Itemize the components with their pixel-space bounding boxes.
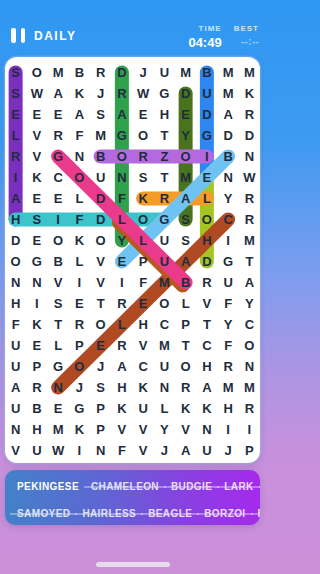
grid-cell-r1c12[interactable]: M: [239, 62, 260, 83]
grid-cell-r19c11[interactable]: J: [218, 440, 239, 461]
grid-cell-r11c1[interactable]: N: [5, 272, 26, 293]
grid-cell-r17c8[interactable]: L: [154, 398, 175, 419]
grid-cell-r1c1[interactable]: S: [5, 62, 26, 83]
grid-cell-r16c8[interactable]: N: [154, 377, 175, 398]
grid-cell-r10c9[interactable]: A: [175, 251, 196, 272]
grid-cell-r14c5[interactable]: E: [90, 335, 111, 356]
grid-cell-r13c1[interactable]: F: [5, 314, 26, 335]
grid-cell-r13c12[interactable]: C: [239, 314, 260, 335]
grid-cell-r5c2[interactable]: V: [26, 146, 47, 167]
word-pekingese: PEKINGESE: [17, 475, 79, 498]
grid-cell-r8c5[interactable]: D: [90, 209, 111, 230]
grid-cell-r14c10[interactable]: C: [196, 335, 217, 356]
grid-cell-r14c11[interactable]: F: [218, 335, 239, 356]
grid-cell-r19c12[interactable]: P: [239, 440, 260, 461]
grid-cell-r19c3[interactable]: W: [48, 440, 69, 461]
letter-grid[interactable]: SOMBRDJUMBMMSWAKJRWGDUMKEEEASAEHEDARLVRF…: [5, 62, 260, 461]
grid-cell-r12c7[interactable]: E: [133, 293, 154, 314]
grid-cell-r8c8[interactable]: G: [154, 209, 175, 230]
grid-cell-r5c3[interactable]: G: [48, 146, 69, 167]
grid-cell-r4c4[interactable]: F: [69, 125, 90, 146]
grid-cell-r13c11[interactable]: Y: [218, 314, 239, 335]
grid-cell-r17c2[interactable]: B: [26, 398, 47, 419]
grid-cell-r12c2[interactable]: I: [26, 293, 47, 314]
grid-cell-r7c10[interactable]: L: [196, 188, 217, 209]
grid-cell-r4c1[interactable]: L: [5, 125, 26, 146]
grid-cell-r15c5[interactable]: J: [90, 356, 111, 377]
grid-cell-r13c8[interactable]: C: [154, 314, 175, 335]
grid-cell-r3c4[interactable]: A: [69, 104, 90, 125]
grid-cell-r2c3[interactable]: A: [48, 83, 69, 104]
grid-cell-r12c3[interactable]: S: [48, 293, 69, 314]
grid-cell-r1c7[interactable]: J: [133, 62, 154, 83]
grid-cell-r19c6[interactable]: F: [111, 440, 132, 461]
grid-cell-r10c7[interactable]: P: [133, 251, 154, 272]
grid-cell-r7c1[interactable]: A: [5, 188, 26, 209]
grid-cell-r11c2[interactable]: N: [26, 272, 47, 293]
word-hairless-found: HAIRLESS: [82, 502, 136, 525]
grid-cell-r8c6[interactable]: L: [111, 209, 132, 230]
grid-cell-r5c6[interactable]: O: [111, 146, 132, 167]
grid-cell-r7c8[interactable]: R: [154, 188, 175, 209]
grid-cell-r4c7[interactable]: O: [133, 125, 154, 146]
grid-cell-r15c2[interactable]: P: [26, 356, 47, 377]
grid-cell-r10c8[interactable]: U: [154, 251, 175, 272]
word-samoyed-found: SAMOYED: [17, 502, 70, 525]
grid-cell-r9c8[interactable]: U: [154, 230, 175, 251]
grid-cell-r16c10[interactable]: A: [196, 377, 217, 398]
grid-cell-r12c11[interactable]: F: [218, 293, 239, 314]
grid-cell-r14c1[interactable]: U: [5, 335, 26, 356]
grid-cell-r3c3[interactable]: E: [48, 104, 69, 125]
grid-cell-r5c10[interactable]: I: [196, 146, 217, 167]
grid-cell-r14c3[interactable]: L: [48, 335, 69, 356]
grid-cell-r7c4[interactable]: L: [69, 188, 90, 209]
grid-cell-r16c4[interactable]: J: [69, 377, 90, 398]
word-list-panel[interactable]: PEKINGESECHAMELEONBUDGIELARKGOLDFISH SAM…: [5, 470, 260, 525]
grid-cell-r17c10[interactable]: K: [196, 398, 217, 419]
grid-cell-r3c9[interactable]: E: [175, 104, 196, 125]
grid-cell-r10c4[interactable]: L: [69, 251, 90, 272]
grid-cell-r18c1[interactable]: N: [5, 419, 26, 440]
grid-cell-r3c1[interactable]: E: [5, 104, 26, 125]
best-clock: BEST --:--: [234, 24, 259, 50]
grid-cell-r18c4[interactable]: K: [69, 419, 90, 440]
grid-cell-r2c2[interactable]: W: [26, 83, 47, 104]
grid-cell-r10c2[interactable]: G: [26, 251, 47, 272]
grid-cell-r9c7[interactable]: L: [133, 230, 154, 251]
grid-cell-r3c6[interactable]: A: [111, 104, 132, 125]
grid-cell-r11c9[interactable]: B: [175, 272, 196, 293]
grid-cell-r1c9[interactable]: M: [175, 62, 196, 83]
grid-cell-r4c3[interactable]: R: [48, 125, 69, 146]
grid-cell-r18c7[interactable]: V: [133, 419, 154, 440]
grid-cell-r1c10[interactable]: B: [196, 62, 217, 83]
grid-cell-r6c5[interactable]: U: [90, 167, 111, 188]
grid-cell-r17c9[interactable]: K: [175, 398, 196, 419]
grid-cell-r2c6[interactable]: R: [111, 83, 132, 104]
grid-cell-r16c5[interactable]: S: [90, 377, 111, 398]
grid-cell-r3c7[interactable]: E: [133, 104, 154, 125]
grid-cell-r10c10[interactable]: D: [196, 251, 217, 272]
grid-cell-r19c2[interactable]: U: [26, 440, 47, 461]
grid-cell-r18c11[interactable]: I: [218, 419, 239, 440]
grid-cell-r8c9[interactable]: S: [175, 209, 196, 230]
grid-cell-r19c9[interactable]: A: [175, 440, 196, 461]
grid-cell-r11c3[interactable]: V: [48, 272, 69, 293]
grid-cell-r13c7[interactable]: H: [133, 314, 154, 335]
grid-cell-r9c11[interactable]: I: [218, 230, 239, 251]
pause-button[interactable]: [11, 28, 25, 43]
grid-cell-r16c6[interactable]: H: [111, 377, 132, 398]
grid-cell-r4c2[interactable]: V: [26, 125, 47, 146]
grid-cell-r16c1[interactable]: A: [5, 377, 26, 398]
grid-cell-r9c3[interactable]: O: [48, 230, 69, 251]
grid-cell-r9c1[interactable]: D: [5, 230, 26, 251]
word-beagle-found: BEAGLE: [148, 502, 192, 525]
grid-cell-r17c12[interactable]: R: [239, 398, 260, 419]
grid-cell-r4c9[interactable]: Y: [175, 125, 196, 146]
grid-cell-r19c1[interactable]: V: [5, 440, 26, 461]
grid-cell-r16c3[interactable]: N: [48, 377, 69, 398]
time-value: 04:49: [188, 35, 221, 50]
grid-cell-r1c6[interactable]: D: [111, 62, 132, 83]
grid-cell-r9c12[interactable]: M: [239, 230, 260, 251]
grid-cell-r18c6[interactable]: V: [111, 419, 132, 440]
grid-cell-r7c9[interactable]: A: [175, 188, 196, 209]
grid-cell-r8c2[interactable]: S: [26, 209, 47, 230]
best-label: BEST: [234, 24, 259, 33]
grid-cell-r15c4[interactable]: O: [69, 356, 90, 377]
grid-cell-r1c11[interactable]: M: [218, 62, 239, 83]
grid-cell-r19c5[interactable]: N: [90, 440, 111, 461]
grid-cell-r14c2[interactable]: E: [26, 335, 47, 356]
grid-cell-r12c9[interactable]: L: [175, 293, 196, 314]
grid-cell-r10c5[interactable]: V: [90, 251, 111, 272]
grid-cell-r15c10[interactable]: H: [196, 356, 217, 377]
grid-cell-r17c5[interactable]: P: [90, 398, 111, 419]
grid-cell-r6c1[interactable]: I: [5, 167, 26, 188]
grid-cell-r1c8[interactable]: U: [154, 62, 175, 83]
grid-cell-r19c10[interactable]: U: [196, 440, 217, 461]
grid-cell-r5c9[interactable]: O: [175, 146, 196, 167]
grid-cell-r5c4[interactable]: N: [69, 146, 90, 167]
grid-cell-r15c9[interactable]: O: [175, 356, 196, 377]
grid-cell-r14c9[interactable]: T: [175, 335, 196, 356]
grid-cell-r18c8[interactable]: Y: [154, 419, 175, 440]
grid-cell-r18c2[interactable]: H: [26, 419, 47, 440]
grid-cell-r17c7[interactable]: U: [133, 398, 154, 419]
grid-cell-r11c4[interactable]: I: [69, 272, 90, 293]
grid-cell-r15c3[interactable]: G: [48, 356, 69, 377]
grid-cell-r10c11[interactable]: G: [218, 251, 239, 272]
time-clock: TIME 04:49: [188, 24, 221, 50]
grid-cell-r2c12[interactable]: K: [239, 83, 260, 104]
word-list-row-1: PEKINGESECHAMELEONBUDGIELARKGOLDFISH: [5, 474, 260, 498]
grid-cell-r11c6[interactable]: I: [111, 272, 132, 293]
grid-cell-r15c6[interactable]: A: [111, 356, 132, 377]
grid-cell-r12c1[interactable]: H: [5, 293, 26, 314]
grid-cell-r14c7[interactable]: V: [133, 335, 154, 356]
grid-cell-r8c3[interactable]: I: [48, 209, 69, 230]
grid-cell-r2c4[interactable]: K: [69, 83, 90, 104]
grid-cell-r8c10[interactable]: O: [196, 209, 217, 230]
grid-cell-r17c6[interactable]: K: [111, 398, 132, 419]
grid-cell-r13c4[interactable]: R: [69, 314, 90, 335]
word-lark-found: LARK: [224, 475, 253, 498]
word-borzoi-found: BORZOI: [204, 502, 245, 525]
grid-cell-r2c8[interactable]: G: [154, 83, 175, 104]
grid-cell-r11c11[interactable]: U: [218, 272, 239, 293]
grid-cell-r11c8[interactable]: M: [154, 272, 175, 293]
grid-cell-r3c10[interactable]: D: [196, 104, 217, 125]
grid-cell-r4c6[interactable]: G: [111, 125, 132, 146]
grid-cell-r15c12[interactable]: N: [239, 356, 260, 377]
grid-cell-r2c7[interactable]: W: [133, 83, 154, 104]
top-bar: DAILY TIME 04:49 BEST --:--: [0, 24, 265, 54]
grid-cell-r9c5[interactable]: O: [90, 230, 111, 251]
grid-cell-r16c12[interactable]: M: [239, 377, 260, 398]
grid-cell-r16c7[interactable]: K: [133, 377, 154, 398]
clock-group: TIME 04:49 BEST --:--: [188, 24, 259, 50]
grid-cell-r5c12[interactable]: N: [239, 146, 260, 167]
grid-cell-r19c4[interactable]: I: [69, 440, 90, 461]
grid-cell-r11c12[interactable]: A: [239, 272, 260, 293]
grid-cell-r2c9[interactable]: D: [175, 83, 196, 104]
grid-cell-r6c4[interactable]: O: [69, 167, 90, 188]
grid-cell-r17c11[interactable]: H: [218, 398, 239, 419]
grid-cell-r16c9[interactable]: R: [175, 377, 196, 398]
grid-cell-r5c11[interactable]: B: [218, 146, 239, 167]
word-budgie-found: BUDGIE: [171, 475, 212, 498]
grid-cell-r10c6[interactable]: E: [111, 251, 132, 272]
grid-cell-r4c12[interactable]: D: [239, 125, 260, 146]
best-value: --:--: [234, 35, 259, 47]
grid-cell-r9c4[interactable]: K: [69, 230, 90, 251]
grid-cell-r4c11[interactable]: D: [218, 125, 239, 146]
grid-cell-r13c3[interactable]: T: [48, 314, 69, 335]
grid-cell-r3c11[interactable]: A: [218, 104, 239, 125]
grid-cell-r8c1[interactable]: H: [5, 209, 26, 230]
grid-cell-r12c5[interactable]: T: [90, 293, 111, 314]
grid-cell-r6c8[interactable]: T: [154, 167, 175, 188]
grid-cell-r16c2[interactable]: R: [26, 377, 47, 398]
word-search-board[interactable]: SOMBRDJUMBMMSWAKJRWGDUMKEEEASAEHEDARLVRF…: [5, 57, 260, 463]
grid-cell-r6c6[interactable]: N: [111, 167, 132, 188]
grid-cell-r2c1[interactable]: S: [5, 83, 26, 104]
grid-cell-r9c2[interactable]: E: [26, 230, 47, 251]
grid-cell-r4c8[interactable]: T: [154, 125, 175, 146]
grid-cell-r17c4[interactable]: G: [69, 398, 90, 419]
grid-cell-r8c7[interactable]: O: [133, 209, 154, 230]
grid-cell-r15c8[interactable]: U: [154, 356, 175, 377]
grid-cell-r5c7[interactable]: R: [133, 146, 154, 167]
grid-cell-r13c10[interactable]: T: [196, 314, 217, 335]
grid-cell-r1c2[interactable]: O: [26, 62, 47, 83]
grid-cell-r3c8[interactable]: H: [154, 104, 175, 125]
grid-cell-r6c10[interactable]: E: [196, 167, 217, 188]
grid-cell-r12c10[interactable]: V: [196, 293, 217, 314]
grid-cell-r15c11[interactable]: R: [218, 356, 239, 377]
grid-cell-r3c5[interactable]: S: [90, 104, 111, 125]
word-list-row-2: SAMOYEDHAIRLESSBEAGLEBORZOIBULL: [5, 501, 260, 525]
grid-cell-r9c10[interactable]: H: [196, 230, 217, 251]
grid-cell-r16c11[interactable]: M: [218, 377, 239, 398]
grid-cell-r6c9[interactable]: M: [175, 167, 196, 188]
grid-cell-r2c10[interactable]: U: [196, 83, 217, 104]
word-chameleon-found: CHAMELEON: [91, 475, 159, 498]
grid-cell-r6c12[interactable]: W: [239, 167, 260, 188]
grid-cell-r17c1[interactable]: U: [5, 398, 26, 419]
grid-cell-r8c12[interactable]: R: [239, 209, 260, 230]
grid-cell-r9c6[interactable]: Y: [111, 230, 132, 251]
grid-cell-r2c11[interactable]: M: [218, 83, 239, 104]
grid-cell-r14c12[interactable]: O: [239, 335, 260, 356]
grid-cell-r2c5[interactable]: J: [90, 83, 111, 104]
grid-cell-r10c12[interactable]: T: [239, 251, 260, 272]
grid-cell-r6c2[interactable]: K: [26, 167, 47, 188]
grid-cell-r5c8[interactable]: Z: [154, 146, 175, 167]
grid-cell-r12c6[interactable]: R: [111, 293, 132, 314]
grid-cell-r7c6[interactable]: F: [111, 188, 132, 209]
grid-cell-r11c7[interactable]: F: [133, 272, 154, 293]
grid-cell-r6c11[interactable]: N: [218, 167, 239, 188]
grid-cell-r7c5[interactable]: D: [90, 188, 111, 209]
grid-cell-r3c12[interactable]: R: [239, 104, 260, 125]
grid-cell-r6c3[interactable]: C: [48, 167, 69, 188]
grid-cell-r1c5[interactable]: R: [90, 62, 111, 83]
grid-cell-r11c10[interactable]: R: [196, 272, 217, 293]
grid-cell-r9c9[interactable]: S: [175, 230, 196, 251]
home-indicator[interactable]: [96, 562, 170, 567]
grid-cell-r14c8[interactable]: M: [154, 335, 175, 356]
word-bull-found: BULL: [258, 502, 260, 525]
grid-cell-r19c7[interactable]: V: [133, 440, 154, 461]
grid-cell-r15c1[interactable]: U: [5, 356, 26, 377]
grid-cell-r10c3[interactable]: B: [48, 251, 69, 272]
grid-cell-r12c12[interactable]: Y: [239, 293, 260, 314]
grid-cell-r5c5[interactable]: B: [90, 146, 111, 167]
grid-cell-r15c7[interactable]: C: [133, 356, 154, 377]
grid-cell-r13c2[interactable]: K: [26, 314, 47, 335]
time-label: TIME: [188, 24, 221, 33]
grid-cell-r3c2[interactable]: E: [26, 104, 47, 125]
grid-cell-r14c6[interactable]: R: [111, 335, 132, 356]
grid-cell-r13c5[interactable]: O: [90, 314, 111, 335]
grid-cell-r5c1[interactable]: R: [5, 146, 26, 167]
grid-cell-r8c11[interactable]: C: [218, 209, 239, 230]
grid-cell-r4c10[interactable]: G: [196, 125, 217, 146]
grid-cell-r13c9[interactable]: P: [175, 314, 196, 335]
grid-cell-r7c12[interactable]: R: [239, 188, 260, 209]
grid-cell-r13c6[interactable]: L: [111, 314, 132, 335]
grid-cell-r7c7[interactable]: K: [133, 188, 154, 209]
grid-cell-r12c8[interactable]: O: [154, 293, 175, 314]
grid-cell-r7c11[interactable]: Y: [218, 188, 239, 209]
grid-cell-r11c5[interactable]: V: [90, 272, 111, 293]
game-mode-label: DAILY: [34, 29, 76, 43]
grid-cell-r7c3[interactable]: E: [48, 188, 69, 209]
grid-cell-r6c7[interactable]: S: [133, 167, 154, 188]
grid-cell-r18c12[interactable]: I: [239, 419, 260, 440]
grid-cell-r7c2[interactable]: E: [26, 188, 47, 209]
grid-cell-r14c4[interactable]: P: [69, 335, 90, 356]
grid-cell-r10c1[interactable]: O: [5, 251, 26, 272]
grid-cell-r19c8[interactable]: J: [154, 440, 175, 461]
grid-cell-r1c3[interactable]: M: [48, 62, 69, 83]
grid-cell-r1c4[interactable]: B: [69, 62, 90, 83]
grid-cell-r18c9[interactable]: V: [175, 419, 196, 440]
grid-cell-r18c3[interactable]: M: [48, 419, 69, 440]
grid-cell-r8c4[interactable]: F: [69, 209, 90, 230]
grid-cell-r18c10[interactable]: N: [196, 419, 217, 440]
grid-cell-r4c5[interactable]: M: [90, 125, 111, 146]
grid-cell-r12c4[interactable]: E: [69, 293, 90, 314]
grid-cell-r18c5[interactable]: P: [90, 419, 111, 440]
grid-cell-r17c3[interactable]: E: [48, 398, 69, 419]
